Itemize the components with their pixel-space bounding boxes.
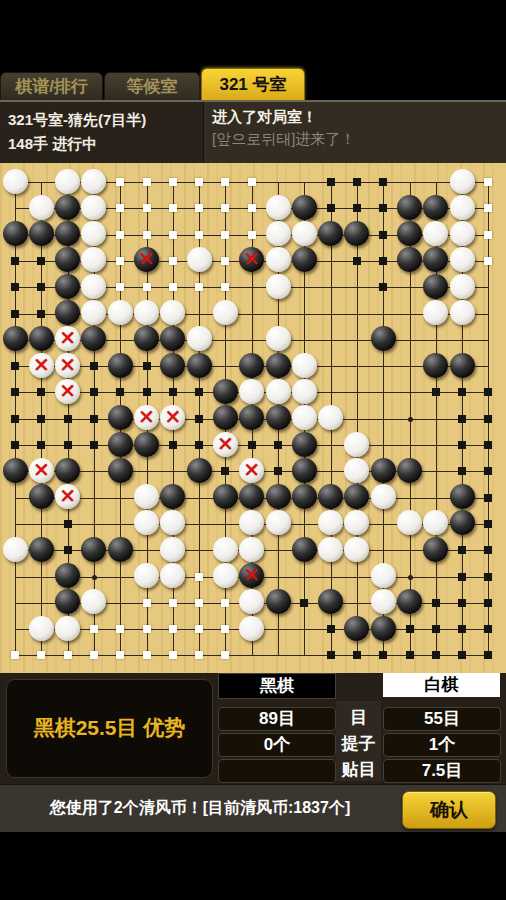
black-stone (397, 247, 422, 272)
komi-label: 贴目 (336, 759, 381, 781)
black-territory-marker (90, 441, 98, 449)
score-panel: 黑棋25.5目 优势 黑棋 白棋 89目 目 55目 0个 提子 1个 贴目 7… (0, 673, 506, 784)
territory-label: 目 (336, 707, 381, 729)
white-territory-marker (195, 204, 203, 212)
white-territory-marker (221, 625, 229, 633)
black-territory-marker (484, 441, 492, 449)
black-territory-marker (432, 388, 440, 396)
black-territory-marker (143, 388, 151, 396)
black-territory-marker (432, 651, 440, 659)
black-territory-marker (90, 388, 98, 396)
black-territory-marker (169, 441, 177, 449)
black-stone (108, 458, 133, 483)
result-box: 黑棋25.5目 优势 (6, 679, 213, 778)
black-stone (423, 537, 448, 562)
tab-bar: 棋谱/排行 等候室 321 号室 (0, 68, 506, 101)
dead-stone-x-mark: ✕ (239, 563, 264, 588)
black-territory-marker (458, 467, 466, 475)
grid-line-v (357, 182, 358, 656)
chat-line-1: 进入了对局室！ (212, 106, 498, 128)
room-info: 321号室-猜先(7目半) 148手 进行中 (8, 108, 203, 156)
black-territory-marker (195, 415, 203, 423)
white-stone (213, 537, 238, 562)
black-territory-marker (353, 257, 361, 265)
black-stone (292, 458, 317, 483)
black-territory-marker (300, 599, 308, 607)
black-stone (187, 458, 212, 483)
white-territory-marker (169, 178, 177, 186)
black-stone (55, 247, 80, 272)
white-territory-marker (221, 599, 229, 607)
white-stone (344, 537, 369, 562)
black-stone (29, 537, 54, 562)
coin-message: 您使用了2个清风币！[目前清风币:1837个] (0, 798, 400, 819)
chat-log: 进入了对局室！ [앞으로뒤태]进来了！ (203, 102, 506, 163)
black-stone (318, 484, 343, 509)
black-stone (423, 353, 448, 378)
black-territory-marker (484, 625, 492, 633)
black-territory-marker (90, 362, 98, 370)
black-stone (292, 432, 317, 457)
black-territory-marker (11, 362, 19, 370)
black-stone (292, 247, 317, 272)
star-point (408, 575, 413, 580)
black-stone (3, 221, 28, 246)
black-column-header: 黑棋 (218, 673, 336, 699)
white-stone (81, 274, 106, 299)
white-stone (292, 353, 317, 378)
black-stone (344, 484, 369, 509)
captures-label: 提子 (336, 733, 381, 755)
confirm-button[interactable]: 确认 (402, 791, 496, 829)
white-stone (292, 221, 317, 246)
black-stone (423, 247, 448, 272)
black-territory-marker (458, 599, 466, 607)
white-stone (187, 247, 212, 272)
black-territory-marker (484, 494, 492, 502)
black-territory-marker (327, 625, 335, 633)
black-stone (266, 484, 291, 509)
dead-stone-x-mark: ✕ (213, 432, 238, 457)
white-territory-marker (143, 204, 151, 212)
white-column-header: 白棋 (383, 673, 500, 697)
black-territory-marker (379, 204, 387, 212)
black-stone (318, 221, 343, 246)
black-territory-marker (37, 283, 45, 291)
black-stone (108, 353, 133, 378)
white-territory-marker (248, 204, 256, 212)
black-territory-marker (274, 441, 282, 449)
white-territory-marker (37, 651, 45, 659)
black-territory-marker (143, 362, 151, 370)
dead-stone-x-mark: ✕ (29, 353, 54, 378)
white-territory-marker (195, 231, 203, 239)
black-stone (29, 326, 54, 351)
black-territory-marker (484, 599, 492, 607)
star-point (92, 575, 97, 580)
black-territory-marker (353, 651, 361, 659)
black-territory-marker (406, 651, 414, 659)
black-stone (29, 221, 54, 246)
black-territory-marker (327, 204, 335, 212)
white-territory-marker (484, 178, 492, 186)
white-stone (318, 510, 343, 535)
white-stone (423, 300, 448, 325)
white-stone (108, 300, 133, 325)
black-stone (108, 537, 133, 562)
black-stone (397, 221, 422, 246)
result-text: 黑棋25.5目 优势 (7, 714, 212, 742)
black-territory-marker (379, 283, 387, 291)
black-territory-marker (11, 388, 19, 396)
white-territory-marker (169, 204, 177, 212)
black-stone (423, 274, 448, 299)
white-territory-marker (143, 283, 151, 291)
star-point (408, 417, 413, 422)
white-stone (318, 537, 343, 562)
white-stone (239, 379, 264, 404)
black-territory-marker (248, 441, 256, 449)
black-komi-value (218, 759, 336, 783)
white-territory-marker (11, 651, 19, 659)
black-stone (55, 458, 80, 483)
black-territory-marker (406, 625, 414, 633)
black-territory-marker (169, 388, 177, 396)
black-territory-marker (379, 651, 387, 659)
black-territory-marker (11, 283, 19, 291)
white-territory-marker (116, 178, 124, 186)
white-stone (239, 616, 264, 641)
black-stone (160, 484, 185, 509)
dead-stone-x-mark: ✕ (55, 326, 80, 351)
white-territory-marker (169, 625, 177, 633)
tab-waiting-room[interactable]: 等候室 (104, 72, 200, 101)
black-territory-marker (90, 415, 98, 423)
white-stone (266, 247, 291, 272)
white-stone (371, 484, 396, 509)
dead-stone-x-mark: ✕ (29, 458, 54, 483)
black-territory-marker (458, 625, 466, 633)
white-stone (134, 563, 159, 588)
white-stone (213, 563, 238, 588)
black-stone (266, 589, 291, 614)
white-territory-marker (195, 178, 203, 186)
white-stone (397, 510, 422, 535)
black-territory-marker (11, 441, 19, 449)
black-territory-marker (458, 415, 466, 423)
black-captures-value: 0个 (218, 733, 336, 757)
white-territory-marker (195, 651, 203, 659)
white-stone (450, 169, 475, 194)
black-territory-marker (458, 573, 466, 581)
white-stone (3, 169, 28, 194)
black-territory-marker (458, 651, 466, 659)
white-stone (292, 405, 317, 430)
white-stone (371, 589, 396, 614)
white-territory-marker (116, 231, 124, 239)
white-stone (266, 195, 291, 220)
black-stone (108, 432, 133, 457)
white-komi-value: 7.5目 (383, 759, 501, 783)
white-territory-marker (248, 231, 256, 239)
white-territory-marker (221, 283, 229, 291)
white-stone (81, 221, 106, 246)
black-territory-marker (11, 310, 19, 318)
black-stone (108, 405, 133, 430)
black-territory-marker (37, 441, 45, 449)
white-territory-marker (484, 204, 492, 212)
black-territory-marker (327, 651, 335, 659)
black-territory-marker (116, 388, 124, 396)
white-stone (55, 169, 80, 194)
black-territory-marker (353, 204, 361, 212)
white-stone (450, 221, 475, 246)
white-territory-marker (143, 231, 151, 239)
black-territory-marker (11, 257, 19, 265)
black-stone (81, 537, 106, 562)
black-stone (344, 221, 369, 246)
white-stone (423, 221, 448, 246)
black-stone (55, 274, 80, 299)
white-territory-marker (116, 257, 124, 265)
white-territory-marker (248, 178, 256, 186)
white-territory-marker (169, 257, 177, 265)
black-stone (134, 326, 159, 351)
game-info-bar: 321号室-猜先(7目半) 148手 进行中 进入了对局室！ [앞으로뒤태]进来… (0, 102, 506, 163)
white-territory-marker (169, 599, 177, 607)
black-territory-marker (37, 388, 45, 396)
black-stone (213, 405, 238, 430)
white-stone (344, 432, 369, 457)
go-board[interactable]: ✕✕✕✕✕✕✕✕✕✕✕✕✕ (0, 163, 506, 673)
black-territory-marker (64, 520, 72, 528)
black-stone (371, 616, 396, 641)
dead-stone-x-mark: ✕ (55, 379, 80, 404)
white-territory-marker (64, 651, 72, 659)
white-stone (160, 537, 185, 562)
black-territory-marker (37, 310, 45, 318)
black-stone (239, 484, 264, 509)
black-territory-marker (195, 441, 203, 449)
black-stone (266, 405, 291, 430)
black-territory-marker (64, 441, 72, 449)
black-territory-value: 89目 (218, 707, 336, 731)
black-stone (450, 510, 475, 535)
black-stone (397, 195, 422, 220)
black-territory-marker (353, 178, 361, 186)
black-stone (213, 379, 238, 404)
white-stone (160, 300, 185, 325)
dead-stone-x-mark: ✕ (134, 247, 159, 272)
black-stone (55, 563, 80, 588)
black-stone (3, 458, 28, 483)
dead-stone-x-mark: ✕ (55, 353, 80, 378)
bottom-spacer (0, 832, 506, 900)
white-territory-marker (169, 283, 177, 291)
black-territory-marker (327, 178, 335, 186)
white-stone (423, 510, 448, 535)
white-stone (55, 616, 80, 641)
dead-stone-x-mark: ✕ (239, 458, 264, 483)
black-territory-marker (37, 415, 45, 423)
bottom-bar: 您使用了2个清风币！[目前清风币:1837个] 确认 (0, 784, 506, 833)
white-territory-marker (116, 204, 124, 212)
black-territory-marker (484, 573, 492, 581)
black-territory-marker (484, 388, 492, 396)
white-stone (450, 274, 475, 299)
tab-room-321[interactable]: 321 号室 (201, 68, 305, 101)
black-stone (29, 484, 54, 509)
black-territory-marker (64, 415, 72, 423)
white-stone (371, 563, 396, 588)
black-stone (292, 537, 317, 562)
dead-stone-x-mark: ✕ (134, 405, 159, 430)
black-stone (292, 484, 317, 509)
black-stone (55, 221, 80, 246)
black-stone (344, 616, 369, 641)
white-stone (3, 537, 28, 562)
white-stone (344, 510, 369, 535)
tab-kifu-ranking[interactable]: 棋谱/排行 (0, 72, 103, 101)
black-stone (3, 326, 28, 351)
chat-line-2: [앞으로뒤태]进来了！ (212, 128, 498, 150)
black-stone (134, 432, 159, 457)
white-stone (187, 326, 212, 351)
white-territory-marker (169, 651, 177, 659)
white-stone (81, 195, 106, 220)
black-territory-marker (64, 546, 72, 554)
white-stone (239, 510, 264, 535)
white-territory-marker (195, 599, 203, 607)
white-territory-marker (143, 178, 151, 186)
white-stone (134, 300, 159, 325)
black-stone (187, 353, 212, 378)
black-territory-marker (379, 257, 387, 265)
black-territory-marker (458, 546, 466, 554)
black-stone (423, 195, 448, 220)
white-stone (160, 563, 185, 588)
black-stone (55, 589, 80, 614)
black-territory-marker (432, 625, 440, 633)
white-territory-marker (116, 283, 124, 291)
black-stone (397, 458, 422, 483)
black-stone (292, 195, 317, 220)
dead-stone-x-mark: ✕ (160, 405, 185, 430)
white-territory-marker (195, 573, 203, 581)
white-stone (450, 195, 475, 220)
black-territory-marker (458, 388, 466, 396)
black-stone (266, 353, 291, 378)
black-territory-marker (458, 441, 466, 449)
white-stone (266, 221, 291, 246)
white-stone (239, 537, 264, 562)
white-stone (292, 379, 317, 404)
white-stone (239, 589, 264, 614)
black-stone (81, 326, 106, 351)
black-territory-marker (484, 415, 492, 423)
white-territory-marker (90, 625, 98, 633)
move-status: 148手 进行中 (8, 132, 203, 156)
black-territory-marker (379, 231, 387, 239)
black-stone (239, 405, 264, 430)
black-stone (450, 353, 475, 378)
white-stone (318, 405, 343, 430)
grid-line-h (15, 655, 489, 656)
white-stone (266, 510, 291, 535)
white-stone (29, 195, 54, 220)
white-captures-value: 1个 (383, 733, 501, 757)
black-stone (160, 353, 185, 378)
black-territory-marker (484, 520, 492, 528)
room-title: 321号室-猜先(7目半) (8, 108, 203, 132)
white-stone (81, 247, 106, 272)
black-stone (213, 484, 238, 509)
white-territory-marker (484, 257, 492, 265)
white-stone (213, 300, 238, 325)
white-territory-marker (143, 651, 151, 659)
white-territory-value: 55目 (383, 707, 501, 731)
black-territory-marker (37, 257, 45, 265)
white-territory-marker (195, 283, 203, 291)
dead-stone-x-mark: ✕ (55, 484, 80, 509)
black-stone (55, 195, 80, 220)
white-stone (266, 274, 291, 299)
white-territory-marker (116, 651, 124, 659)
white-stone (160, 510, 185, 535)
white-stone (81, 589, 106, 614)
black-territory-marker (432, 599, 440, 607)
black-territory-marker (274, 467, 282, 475)
white-territory-marker (116, 625, 124, 633)
white-stone (81, 300, 106, 325)
black-territory-marker (379, 178, 387, 186)
black-stone (371, 326, 396, 351)
black-stone (239, 353, 264, 378)
black-territory-marker (484, 651, 492, 659)
black-stone (318, 589, 343, 614)
white-stone (344, 458, 369, 483)
status-bar (0, 0, 506, 68)
white-stone (29, 616, 54, 641)
white-stone (266, 379, 291, 404)
black-stone (397, 589, 422, 614)
dead-stone-x-mark: ✕ (239, 247, 264, 272)
white-territory-marker (221, 178, 229, 186)
white-territory-marker (221, 231, 229, 239)
white-territory-marker (221, 204, 229, 212)
black-stone (450, 484, 475, 509)
white-stone (134, 510, 159, 535)
white-stone (450, 300, 475, 325)
black-stone (160, 326, 185, 351)
white-stone (134, 484, 159, 509)
black-territory-marker (221, 467, 229, 475)
white-stone (81, 169, 106, 194)
white-territory-marker (221, 651, 229, 659)
black-territory-marker (195, 388, 203, 396)
black-stone (55, 300, 80, 325)
black-territory-marker (484, 546, 492, 554)
black-stone (371, 458, 396, 483)
white-territory-marker (143, 599, 151, 607)
white-territory-marker (195, 625, 203, 633)
black-territory-marker (484, 467, 492, 475)
white-stone (266, 326, 291, 351)
black-territory-marker (11, 415, 19, 423)
white-territory-marker (90, 651, 98, 659)
white-territory-marker (221, 257, 229, 265)
white-territory-marker (484, 231, 492, 239)
